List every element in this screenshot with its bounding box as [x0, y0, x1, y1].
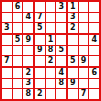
box-9: 697: [68, 68, 99, 99]
given-digit: 9: [37, 46, 43, 54]
cell-r3c6[interactable]: [56, 23, 66, 33]
cell-r5c5[interactable]: 8: [46, 46, 56, 56]
cell-r5c4[interactable]: 9: [35, 46, 45, 56]
cell-r7c9[interactable]: 6: [89, 68, 99, 78]
given-digit: 2: [37, 90, 43, 98]
cell-r2c2[interactable]: [13, 13, 23, 23]
given-digit: 7: [81, 90, 87, 98]
cell-r4c4[interactable]: [35, 35, 45, 45]
cell-r3c9[interactable]: [89, 23, 99, 33]
given-digit: 6: [91, 69, 97, 77]
box-4: 597: [2, 35, 33, 66]
cell-r2c3[interactable]: 4: [23, 13, 33, 23]
given-digit: 3: [4, 24, 10, 32]
cell-r7c3[interactable]: 2: [23, 68, 33, 78]
cell-r8c4[interactable]: [35, 79, 45, 89]
cell-r6c4[interactable]: [35, 56, 45, 66]
cell-r1c1[interactable]: [2, 2, 12, 12]
given-digit: 7: [37, 13, 43, 21]
cell-r7c4[interactable]: [35, 68, 45, 78]
given-digit: 5: [70, 57, 76, 65]
cell-r1c8[interactable]: [79, 2, 89, 12]
given-digit: 9: [70, 79, 76, 87]
cell-r3c8[interactable]: [79, 23, 89, 33]
cell-r7c5[interactable]: [46, 68, 56, 78]
cell-r9c2[interactable]: [13, 89, 23, 99]
cell-r4c3[interactable]: 9: [23, 35, 33, 45]
cell-r9c7[interactable]: [68, 89, 78, 99]
cell-r5c7[interactable]: [68, 46, 78, 56]
cell-r1c6[interactable]: 3: [56, 2, 66, 12]
given-digit: 4: [58, 69, 64, 77]
cell-r6c6[interactable]: [56, 56, 66, 66]
cell-r1c5[interactable]: [46, 2, 56, 12]
cell-r5c2[interactable]: [13, 46, 23, 56]
given-digit: 8: [25, 90, 31, 98]
cell-r6c1[interactable]: 7: [2, 56, 12, 66]
given-digit: 8: [48, 46, 54, 54]
cell-r4c6[interactable]: [56, 35, 66, 45]
cell-r3c1[interactable]: 3: [2, 23, 12, 33]
given-digit: 8: [58, 79, 64, 87]
cell-r2c6[interactable]: [56, 13, 66, 23]
given-digit: 5: [58, 46, 64, 54]
cell-r8c1[interactable]: [2, 79, 12, 89]
given-digit: 3: [25, 79, 31, 87]
cell-r8c7[interactable]: 9: [68, 79, 78, 89]
cell-r9c1[interactable]: [2, 89, 12, 99]
given-digit: 6: [15, 3, 21, 11]
cell-r3c7[interactable]: 2: [68, 23, 78, 33]
cell-r5c3[interactable]: [23, 46, 33, 56]
cell-r5c8[interactable]: [79, 46, 89, 56]
cell-r4c9[interactable]: 4: [89, 35, 99, 45]
given-digit: 9: [25, 36, 31, 44]
cell-r5c6[interactable]: 5: [56, 46, 66, 56]
cell-r6c5[interactable]: 2: [46, 56, 56, 66]
cell-r1c2[interactable]: 6: [13, 2, 23, 12]
cell-r6c7[interactable]: 5: [68, 56, 78, 66]
given-digit: 3: [58, 3, 64, 11]
cell-r4c2[interactable]: 5: [13, 35, 23, 45]
cell-r9c9[interactable]: [89, 89, 99, 99]
cell-r6c9[interactable]: [89, 56, 99, 66]
cell-r3c3[interactable]: [23, 23, 33, 33]
given-digit: 4: [91, 36, 97, 44]
box-2: 375: [35, 2, 66, 33]
cell-r9c3[interactable]: 8: [23, 89, 33, 99]
cell-r7c7[interactable]: [68, 68, 78, 78]
box-6: 459: [68, 35, 99, 66]
box-7: 238: [2, 68, 33, 99]
cell-r8c3[interactable]: 3: [23, 79, 33, 89]
given-digit: 1: [48, 36, 54, 44]
box-1: 643: [2, 2, 33, 33]
cell-r6c8[interactable]: 9: [79, 56, 89, 66]
cell-r1c3[interactable]: [23, 2, 33, 12]
given-digit: 4: [25, 13, 31, 21]
cell-r9c6[interactable]: [56, 89, 66, 99]
cell-r8c9[interactable]: [89, 79, 99, 89]
box-8: 482: [35, 68, 66, 99]
box-3: 132: [68, 2, 99, 33]
given-digit: 5: [37, 24, 43, 32]
cell-r7c2[interactable]: [13, 68, 23, 78]
cell-r1c9[interactable]: [89, 2, 99, 12]
cell-r1c7[interactable]: 1: [68, 2, 78, 12]
given-digit: 1: [70, 3, 76, 11]
cell-r8c6[interactable]: 8: [56, 79, 66, 89]
cell-r9c5[interactable]: [46, 89, 56, 99]
cell-r3c5[interactable]: [46, 23, 56, 33]
sudoku-board: 64337513259719852459238482697: [0, 0, 101, 101]
cell-r3c2[interactable]: [13, 23, 23, 33]
given-digit: 2: [25, 69, 31, 77]
cell-r7c6[interactable]: 4: [56, 68, 66, 78]
box-5: 19852: [35, 35, 66, 66]
cell-r5c9[interactable]: [89, 46, 99, 56]
cell-r8c2[interactable]: [13, 79, 23, 89]
cell-r9c8[interactable]: 7: [79, 89, 89, 99]
given-digit: 2: [48, 57, 54, 65]
cell-r2c5[interactable]: [46, 13, 56, 23]
cell-r2c1[interactable]: [2, 13, 12, 23]
cell-r8c5[interactable]: [46, 79, 56, 89]
cell-r7c8[interactable]: [79, 68, 89, 78]
given-digit: 7: [4, 57, 10, 65]
cell-r1c4[interactable]: [35, 2, 45, 12]
cell-r4c1[interactable]: [2, 35, 12, 45]
cell-r2c7[interactable]: 3: [68, 13, 78, 23]
cell-r4c8[interactable]: [79, 35, 89, 45]
cell-r4c5[interactable]: 1: [46, 35, 56, 45]
cell-r8c8[interactable]: [79, 79, 89, 89]
cell-r5c1[interactable]: [2, 46, 12, 56]
cell-r2c9[interactable]: [89, 13, 99, 23]
given-digit: 3: [70, 13, 76, 21]
cell-r6c2[interactable]: [13, 56, 23, 66]
given-digit: 5: [15, 36, 21, 44]
cell-r7c1[interactable]: [2, 68, 12, 78]
cell-r2c8[interactable]: [79, 13, 89, 23]
cell-r6c3[interactable]: [23, 56, 33, 66]
cell-r2c4[interactable]: 7: [35, 13, 45, 23]
given-digit: 9: [81, 57, 87, 65]
cell-r4c7[interactable]: [68, 35, 78, 45]
cell-r3c4[interactable]: 5: [35, 23, 45, 33]
cell-r9c4[interactable]: 2: [35, 89, 45, 99]
given-digit: 2: [70, 24, 76, 32]
